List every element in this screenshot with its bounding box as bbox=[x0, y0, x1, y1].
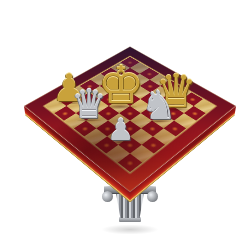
piece-silver-pawn-f2[interactable]: ♟ bbox=[108, 115, 135, 145]
square-h3[interactable] bbox=[142, 136, 165, 153]
square-h1[interactable] bbox=[118, 154, 142, 173]
piece-silver-knight-g5[interactable]: ♞ bbox=[141, 85, 177, 125]
product-photo-scene: ♚ ♛ ♟ ♛ ♞ ♟ bbox=[0, 0, 250, 250]
square-e1[interactable] bbox=[84, 128, 107, 144]
square-g1[interactable] bbox=[106, 145, 130, 163]
square-h2[interactable] bbox=[130, 145, 154, 163]
piece-silver-queen-c2[interactable]: ♛ bbox=[71, 84, 107, 124]
square-h4[interactable] bbox=[153, 128, 176, 144]
